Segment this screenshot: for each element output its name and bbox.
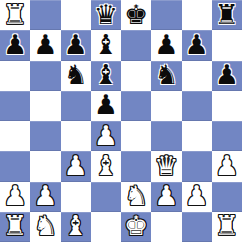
square-c8[interactable] bbox=[61, 0, 91, 30]
square-a3[interactable] bbox=[0, 151, 30, 181]
square-d6[interactable]: ♝ bbox=[91, 61, 121, 91]
square-e2[interactable]: ♞ bbox=[121, 182, 151, 212]
square-f7[interactable]: ♟ bbox=[151, 30, 181, 60]
square-h7[interactable] bbox=[212, 30, 242, 60]
square-b7[interactable]: ♟ bbox=[30, 30, 60, 60]
piece-white-knight-e2[interactable]: ♞ bbox=[124, 182, 148, 209]
square-g4[interactable] bbox=[182, 121, 212, 151]
square-c3[interactable]: ♟ bbox=[61, 151, 91, 181]
piece-black-rook-h8[interactable]: ♜ bbox=[215, 1, 239, 28]
piece-black-queen-d8[interactable]: ♛ bbox=[94, 1, 118, 28]
square-f6[interactable]: ♞ bbox=[151, 61, 181, 91]
piece-black-knight-c6[interactable]: ♞ bbox=[64, 61, 88, 88]
piece-white-pawn-d4[interactable]: ♟ bbox=[94, 122, 118, 149]
square-e5[interactable] bbox=[121, 91, 151, 121]
piece-black-pawn-d5[interactable]: ♟ bbox=[94, 91, 118, 118]
square-e7[interactable] bbox=[121, 30, 151, 60]
square-e4[interactable] bbox=[121, 121, 151, 151]
piece-white-rook-h1[interactable]: ♜ bbox=[215, 212, 239, 239]
square-c4[interactable] bbox=[61, 121, 91, 151]
square-b3[interactable] bbox=[30, 151, 60, 181]
square-a8[interactable]: ♜ bbox=[0, 0, 30, 30]
square-b5[interactable] bbox=[30, 91, 60, 121]
square-d3[interactable]: ♝ bbox=[91, 151, 121, 181]
square-e3[interactable] bbox=[121, 151, 151, 181]
square-d4[interactable]: ♟ bbox=[91, 121, 121, 151]
piece-white-pawn-g2[interactable]: ♟ bbox=[185, 182, 209, 209]
square-g6[interactable] bbox=[182, 61, 212, 91]
square-d1[interactable] bbox=[91, 212, 121, 242]
square-e8[interactable]: ♚ bbox=[121, 0, 151, 30]
square-g7[interactable]: ♟ bbox=[182, 30, 212, 60]
square-d7[interactable]: ♝ bbox=[91, 30, 121, 60]
square-a6[interactable] bbox=[0, 61, 30, 91]
square-e1[interactable]: ♚ bbox=[121, 212, 151, 242]
square-g3[interactable] bbox=[182, 151, 212, 181]
square-b4[interactable] bbox=[30, 121, 60, 151]
square-c1[interactable]: ♝ bbox=[61, 212, 91, 242]
square-a2[interactable]: ♟ bbox=[0, 182, 30, 212]
square-g1[interactable] bbox=[182, 212, 212, 242]
piece-black-pawn-g7[interactable]: ♟ bbox=[185, 31, 209, 58]
square-d5[interactable]: ♟ bbox=[91, 91, 121, 121]
piece-white-king-e1[interactable]: ♚ bbox=[124, 212, 148, 239]
square-f5[interactable] bbox=[151, 91, 181, 121]
piece-black-king-e8[interactable]: ♚ bbox=[124, 1, 148, 28]
square-c5[interactable] bbox=[61, 91, 91, 121]
square-b1[interactable]: ♞ bbox=[30, 212, 60, 242]
piece-white-bishop-d3[interactable]: ♝ bbox=[94, 152, 118, 179]
chess-board: ♜♛♚♜♟♟♟♝♟♟♞♝♞♟♟♟♟♝♛♟♟♟♞♟♟♜♞♝♚♜ bbox=[0, 0, 242, 242]
piece-white-bishop-c1[interactable]: ♝ bbox=[64, 212, 88, 239]
square-h8[interactable]: ♜ bbox=[212, 0, 242, 30]
piece-black-bishop-d7[interactable]: ♝ bbox=[94, 31, 118, 58]
piece-white-queen-f3[interactable]: ♛ bbox=[154, 152, 178, 179]
square-c2[interactable] bbox=[61, 182, 91, 212]
piece-white-pawn-h3[interactable]: ♟ bbox=[215, 152, 239, 179]
square-h3[interactable]: ♟ bbox=[212, 151, 242, 181]
square-h6[interactable]: ♟ bbox=[212, 61, 242, 91]
piece-black-pawn-h6[interactable]: ♟ bbox=[215, 61, 239, 88]
square-f4[interactable] bbox=[151, 121, 181, 151]
square-g2[interactable]: ♟ bbox=[182, 182, 212, 212]
piece-white-pawn-f2[interactable]: ♟ bbox=[154, 182, 178, 209]
piece-white-pawn-b2[interactable]: ♟ bbox=[33, 182, 57, 209]
piece-black-pawn-f7[interactable]: ♟ bbox=[154, 31, 178, 58]
square-h4[interactable] bbox=[212, 121, 242, 151]
square-b6[interactable] bbox=[30, 61, 60, 91]
piece-white-rook-a1[interactable]: ♜ bbox=[3, 212, 27, 239]
piece-black-knight-f6[interactable]: ♞ bbox=[154, 61, 178, 88]
square-d2[interactable] bbox=[91, 182, 121, 212]
square-f2[interactable]: ♟ bbox=[151, 182, 181, 212]
piece-white-pawn-c3[interactable]: ♟ bbox=[64, 152, 88, 179]
square-f3[interactable]: ♛ bbox=[151, 151, 181, 181]
square-a7[interactable]: ♟ bbox=[0, 30, 30, 60]
square-h5[interactable] bbox=[212, 91, 242, 121]
square-c6[interactable]: ♞ bbox=[61, 61, 91, 91]
square-d8[interactable]: ♛ bbox=[91, 0, 121, 30]
piece-black-pawn-c7[interactable]: ♟ bbox=[64, 31, 88, 58]
square-c7[interactable]: ♟ bbox=[61, 30, 91, 60]
square-f8[interactable] bbox=[151, 0, 181, 30]
piece-black-bishop-d6[interactable]: ♝ bbox=[94, 61, 118, 88]
square-g8[interactable] bbox=[182, 0, 212, 30]
square-e6[interactable] bbox=[121, 61, 151, 91]
square-b2[interactable]: ♟ bbox=[30, 182, 60, 212]
square-a4[interactable] bbox=[0, 121, 30, 151]
piece-black-pawn-a7[interactable]: ♟ bbox=[3, 31, 27, 58]
square-a1[interactable]: ♜ bbox=[0, 212, 30, 242]
piece-black-pawn-b7[interactable]: ♟ bbox=[33, 31, 57, 58]
square-h2[interactable] bbox=[212, 182, 242, 212]
square-f1[interactable] bbox=[151, 212, 181, 242]
piece-white-knight-b1[interactable]: ♞ bbox=[33, 212, 57, 239]
square-h1[interactable]: ♜ bbox=[212, 212, 242, 242]
square-g5[interactable] bbox=[182, 91, 212, 121]
piece-white-rook-a8[interactable]: ♜ bbox=[3, 1, 27, 28]
square-a5[interactable] bbox=[0, 91, 30, 121]
square-b8[interactable] bbox=[30, 0, 60, 30]
piece-white-pawn-a2[interactable]: ♟ bbox=[3, 182, 27, 209]
